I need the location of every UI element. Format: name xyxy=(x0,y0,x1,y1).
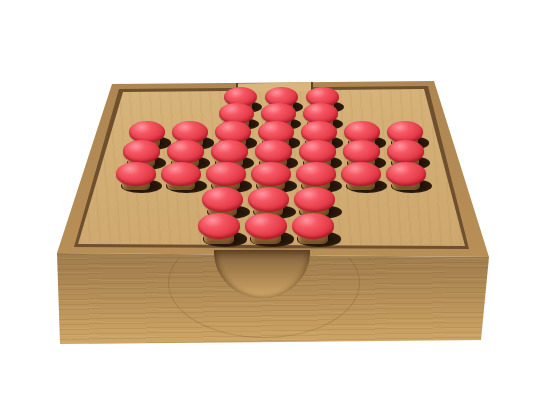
peg-r4c7[interactable] xyxy=(387,140,425,163)
peg-r5c2[interactable] xyxy=(161,162,200,186)
peg-r4c5[interactable] xyxy=(299,140,337,163)
peg-r5c6[interactable] xyxy=(341,162,380,186)
photo-scene xyxy=(0,0,533,400)
peg-r4c3[interactable] xyxy=(211,140,249,163)
peg-r6c3[interactable] xyxy=(202,187,243,212)
peg-r7c4[interactable] xyxy=(245,213,288,239)
peg-r4c4[interactable] xyxy=(255,140,293,163)
peg-r4c2[interactable] xyxy=(167,140,205,163)
peg-r7c5[interactable] xyxy=(292,213,335,239)
peg-r4c6[interactable] xyxy=(343,140,381,163)
peg-r5c7[interactable] xyxy=(386,162,425,186)
peg-grid xyxy=(0,0,533,400)
peg-r5c1[interactable] xyxy=(116,162,155,186)
peg-r6c5[interactable] xyxy=(294,187,335,212)
peg-r6c4[interactable] xyxy=(248,187,289,212)
peg-r7c3[interactable] xyxy=(198,213,241,239)
peg-r4c1[interactable] xyxy=(123,140,161,163)
peg-r5c4[interactable] xyxy=(251,162,290,186)
peg-r5c3[interactable] xyxy=(206,162,245,186)
peg-r5c5[interactable] xyxy=(296,162,335,186)
